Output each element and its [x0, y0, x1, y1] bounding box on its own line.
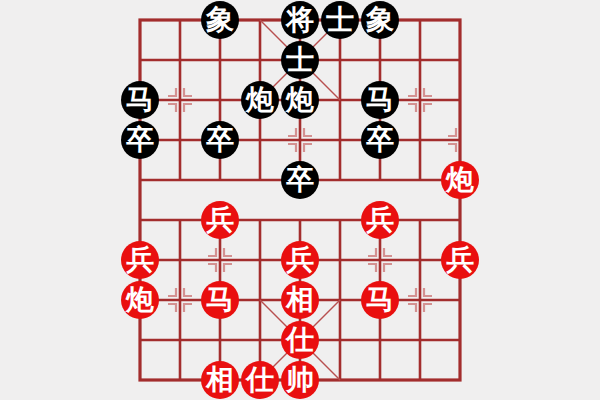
piece-black-general[interactable]: 将: [281, 1, 319, 39]
piece-red-advisor[interactable]: 仕: [281, 321, 319, 359]
piece-red-soldier[interactable]: 兵: [121, 241, 159, 279]
piece-black-advisor[interactable]: 士: [321, 1, 359, 39]
piece-black-soldier[interactable]: 卒: [281, 161, 319, 199]
piece-black-elephant[interactable]: 象: [201, 1, 239, 39]
piece-red-elephant[interactable]: 相: [201, 361, 239, 399]
piece-red-soldier[interactable]: 兵: [201, 201, 239, 239]
pieces-layer: 象将士象士马炮炮马卒卒卒卒炮兵兵兵兵兵炮马相马仕相仕帅: [120, 0, 480, 400]
piece-red-general[interactable]: 帅: [281, 361, 319, 399]
piece-black-soldier[interactable]: 卒: [201, 121, 239, 159]
piece-black-elephant[interactable]: 象: [361, 1, 399, 39]
piece-red-soldier[interactable]: 兵: [441, 241, 479, 279]
piece-red-soldier[interactable]: 兵: [281, 241, 319, 279]
piece-black-horse[interactable]: 马: [361, 81, 399, 119]
piece-red-horse[interactable]: 马: [201, 281, 239, 319]
piece-red-horse[interactable]: 马: [361, 281, 399, 319]
piece-black-cannon[interactable]: 炮: [281, 81, 319, 119]
piece-red-cannon[interactable]: 炮: [121, 281, 159, 319]
piece-red-elephant[interactable]: 相: [281, 281, 319, 319]
piece-red-cannon[interactable]: 炮: [441, 161, 479, 199]
piece-black-advisor[interactable]: 士: [281, 41, 319, 79]
piece-black-soldier[interactable]: 卒: [361, 121, 399, 159]
screen: 象将士象士马炮炮马卒卒卒卒炮兵兵兵兵兵炮马相马仕相仕帅: [0, 0, 600, 400]
piece-black-cannon[interactable]: 炮: [241, 81, 279, 119]
piece-red-advisor[interactable]: 仕: [241, 361, 279, 399]
piece-black-horse[interactable]: 马: [121, 81, 159, 119]
piece-red-soldier[interactable]: 兵: [361, 201, 399, 239]
xiangqi-board[interactable]: 象将士象士马炮炮马卒卒卒卒炮兵兵兵兵兵炮马相马仕相仕帅: [0, 0, 600, 400]
piece-black-soldier[interactable]: 卒: [121, 121, 159, 159]
